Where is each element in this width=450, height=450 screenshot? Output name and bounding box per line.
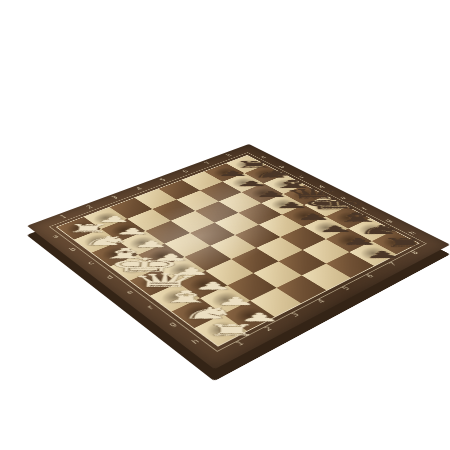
black-rook-h8[interactable]: ♜ bbox=[358, 238, 450, 249]
piece-cell-h7: ♟ bbox=[349, 241, 396, 266]
rank-label-5-near: 5 bbox=[337, 284, 356, 294]
rank-label-3: 3 bbox=[107, 194, 123, 201]
white-pawn-e2[interactable]: ♟ bbox=[143, 267, 240, 276]
file-label-g: g bbox=[163, 319, 183, 330]
piece-shadow bbox=[184, 274, 221, 294]
piece-shadow bbox=[355, 244, 390, 262]
rank-label-1-near: 1 bbox=[230, 338, 250, 350]
white-pawn-g2[interactable]: ♟ bbox=[185, 296, 286, 306]
piece-cell-f2: ♟ bbox=[178, 271, 227, 298]
rank-label-3-near: 3 bbox=[286, 309, 305, 320]
rank-label-6-near: 6 bbox=[361, 271, 379, 281]
file-label-f: f bbox=[141, 303, 160, 314]
rank-label-8: 8 bbox=[222, 152, 237, 158]
piece-shadow bbox=[201, 318, 241, 341]
rank-label-2: 2 bbox=[82, 204, 98, 212]
rank-label-6: 6 bbox=[178, 168, 193, 175]
rank-label-2-near: 2 bbox=[259, 323, 279, 335]
white-queen-e1[interactable]: ♛ bbox=[115, 272, 214, 289]
square-h4[interactable] bbox=[277, 275, 327, 303]
square-f2[interactable] bbox=[178, 271, 227, 298]
piece-cell-g2: ♟ bbox=[200, 285, 250, 314]
rank-label-5: 5 bbox=[155, 177, 171, 184]
square-e4[interactable] bbox=[210, 235, 256, 259]
square-f5[interactable] bbox=[256, 237, 302, 261]
rank-label-4-near: 4 bbox=[312, 296, 331, 307]
square-f3[interactable] bbox=[205, 259, 253, 285]
file-label-e: e bbox=[121, 287, 140, 297]
rank-label-4: 4 bbox=[132, 185, 148, 192]
piece-cell-e1: ♛ bbox=[130, 269, 179, 296]
black-bishop-f8[interactable]: ♝ bbox=[312, 211, 402, 223]
square-g2[interactable] bbox=[200, 285, 250, 314]
file-label-h: h bbox=[186, 336, 206, 348]
playing-area: ♜♞♝♛♚♝♞♜♟♟♟♟♟♟♟♟♟♟♟♟♟♟♟♟♜♞♝♚♛♝♞♜ bbox=[57, 155, 418, 345]
piece-shadow bbox=[206, 289, 244, 310]
square-g3[interactable] bbox=[227, 273, 276, 301]
file-label-d: d bbox=[101, 273, 120, 283]
white-knight-g1[interactable]: ♞ bbox=[156, 306, 260, 321]
square-h7[interactable] bbox=[349, 241, 396, 266]
white-king-d1[interactable]: ♚ bbox=[95, 256, 192, 274]
piece-shadow bbox=[136, 272, 173, 292]
square-g5[interactable] bbox=[279, 250, 327, 275]
chess-scene: ♜♞♝♛♚♝♞♜♟♟♟♟♟♟♟♟♟♟♟♟♟♟♟♟♜♞♝♚♛♝♞♜ aabbccd… bbox=[0, 0, 450, 450]
square-e1[interactable] bbox=[130, 269, 179, 296]
piece-shadow bbox=[229, 304, 268, 326]
square-h3[interactable] bbox=[250, 288, 301, 317]
square-g4[interactable] bbox=[253, 261, 301, 287]
rank-label-7: 7 bbox=[201, 160, 216, 167]
chess-board: ♜♞♝♛♚♝♞♜♟♟♟♟♟♟♟♟♟♟♟♟♟♟♟♟♜♞♝♚♛♝♞♜ aabbccd… bbox=[27, 144, 450, 369]
rank-label-7-near: 7 bbox=[384, 260, 402, 269]
piece-shadow bbox=[156, 287, 194, 308]
white-pawn-f2[interactable]: ♟ bbox=[164, 281, 263, 291]
square-f4[interactable] bbox=[231, 248, 278, 273]
piece-shadow bbox=[178, 302, 217, 324]
white-bishop-f1[interactable]: ♝ bbox=[135, 289, 236, 304]
black-knight-g8[interactable]: ♞ bbox=[335, 224, 427, 235]
